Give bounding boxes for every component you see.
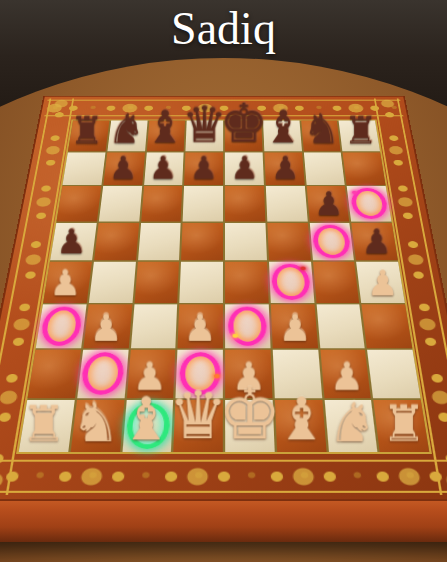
square-f3[interactable]: ♟	[270, 304, 317, 348]
square-d3[interactable]: ♟	[177, 304, 222, 348]
square-h1[interactable]: ♜	[373, 400, 429, 452]
board-grid: ♜♞♝♛♚♝♞♜♟♟♟♟♟♟♟♟♟♟♟♟♟♟♟♟♜♞♝♛♚♝♞♜	[16, 120, 432, 454]
square-c8[interactable]: ♝	[146, 121, 185, 152]
player-name-banner: Sadiq	[0, 2, 447, 55]
square-b8[interactable]: ♞	[107, 121, 147, 152]
piece-white-rook-h1[interactable]: ♜	[382, 400, 426, 449]
square-d1[interactable]: ♛	[173, 400, 222, 452]
piece-black-bishop-c8[interactable]: ♝	[145, 105, 185, 150]
piece-white-knight-b1[interactable]: ♞	[70, 395, 119, 449]
square-b5[interactable]	[93, 223, 138, 261]
square-c3[interactable]	[130, 304, 177, 348]
piece-black-knight-b8[interactable]: ♞	[107, 108, 144, 149]
piece-white-bishop-c1[interactable]: ♝	[120, 390, 173, 449]
square-d6[interactable]	[182, 186, 222, 221]
square-c5[interactable]	[137, 223, 180, 261]
square-g4[interactable]	[312, 262, 359, 303]
square-a7[interactable]	[62, 152, 105, 185]
piece-white-pawn-f3[interactable]: ♟	[278, 309, 311, 346]
square-b4[interactable]	[88, 262, 135, 303]
piece-black-bishop-f8[interactable]: ♝	[262, 105, 302, 150]
piece-black-king-e8[interactable]: ♚	[219, 96, 267, 150]
piece-black-pawn-b7[interactable]: ♟	[108, 152, 136, 184]
square-h4[interactable]: ♟	[356, 262, 404, 303]
square-h8[interactable]: ♜	[338, 121, 379, 152]
square-f5[interactable]	[267, 223, 310, 261]
square-b6[interactable]	[98, 186, 141, 221]
square-e6[interactable]	[224, 186, 264, 221]
frame-ornament-bottom	[0, 458, 447, 495]
move-ring-g5[interactable]	[311, 225, 350, 258]
square-d4[interactable]	[179, 262, 222, 303]
square-e1[interactable]: ♚	[225, 400, 274, 452]
square-h5[interactable]: ♟	[351, 223, 397, 261]
piece-white-pawn-a4[interactable]: ♟	[49, 265, 81, 300]
piece-white-king-e1[interactable]: ♚	[218, 378, 281, 449]
move-ring-e3[interactable]	[227, 307, 267, 346]
square-e3[interactable]	[225, 304, 270, 348]
square-g1[interactable]: ♞	[324, 400, 378, 452]
square-b1[interactable]: ♞	[70, 400, 124, 452]
square-f6[interactable]	[265, 186, 307, 221]
square-a5[interactable]: ♟	[50, 223, 96, 261]
square-e7[interactable]: ♟	[224, 152, 263, 185]
square-b3[interactable]: ♟	[83, 304, 132, 348]
square-f4[interactable]	[268, 262, 313, 303]
square-g8[interactable]: ♞	[300, 121, 340, 152]
square-f1[interactable]: ♝	[274, 400, 325, 452]
square-g5[interactable]	[309, 223, 354, 261]
square-d5[interactable]	[181, 223, 223, 261]
piece-white-bishop-f1[interactable]: ♝	[274, 390, 327, 449]
square-d8[interactable]: ♛	[185, 121, 222, 152]
square-d7[interactable]: ♟	[184, 152, 223, 185]
piece-black-rook-a8[interactable]: ♜	[70, 112, 104, 150]
piece-black-pawn-d7[interactable]: ♟	[189, 152, 217, 184]
chess-app-screen: ♜♞♝♛♚♝♞♜♟♟♟♟♟♟♟♟♟♟♟♟♟♟♟♟♜♞♝♛♚♝♞♜ Sadiq	[0, 0, 447, 562]
square-f7[interactable]: ♟	[264, 152, 304, 185]
square-g7[interactable]	[303, 152, 344, 185]
square-a3[interactable]	[35, 304, 86, 348]
square-c6[interactable]	[140, 186, 182, 221]
square-e5[interactable]	[224, 223, 266, 261]
square-h7[interactable]	[342, 152, 385, 185]
piece-black-knight-g8[interactable]: ♞	[303, 108, 340, 149]
square-c1[interactable]: ♝	[121, 400, 172, 452]
piece-white-pawn-h4[interactable]: ♟	[366, 265, 398, 300]
square-b7[interactable]: ♟	[103, 152, 144, 185]
piece-black-pawn-g6[interactable]: ♟	[314, 187, 343, 220]
square-f8[interactable]: ♝	[262, 121, 301, 152]
square-e8[interactable]: ♚	[224, 121, 261, 152]
square-g6[interactable]: ♟	[306, 186, 349, 221]
square-h6[interactable]	[346, 186, 391, 221]
sparkle-particle	[300, 266, 305, 270]
piece-white-pawn-b3[interactable]: ♟	[89, 309, 122, 346]
piece-black-rook-h8[interactable]: ♜	[344, 112, 378, 150]
piece-black-pawn-h5[interactable]: ♟	[361, 224, 391, 258]
board-front-edge	[0, 492, 447, 542]
piece-black-pawn-f7[interactable]: ♟	[270, 152, 298, 184]
piece-white-knight-g1[interactable]: ♞	[328, 395, 377, 449]
move-ring-a3[interactable]	[38, 307, 83, 346]
sparkle-particle	[352, 191, 357, 194]
move-ring-b2[interactable]	[80, 353, 125, 395]
square-a4[interactable]: ♟	[43, 262, 91, 303]
square-c7[interactable]: ♟	[143, 152, 183, 185]
square-g3[interactable]	[316, 304, 365, 348]
square-a8[interactable]: ♜	[68, 121, 109, 152]
square-h3[interactable]	[361, 304, 412, 348]
piece-black-pawn-a5[interactable]: ♟	[56, 224, 86, 258]
square-a6[interactable]	[56, 186, 101, 221]
square-a1[interactable]: ♜	[18, 400, 74, 452]
piece-black-pawn-e7[interactable]: ♟	[230, 152, 258, 184]
move-ring-f4[interactable]	[271, 264, 311, 300]
piece-white-rook-a1[interactable]: ♜	[21, 400, 65, 449]
square-e4[interactable]	[225, 262, 268, 303]
board-frame: ♜♞♝♛♚♝♞♜♟♟♟♟♟♟♟♟♟♟♟♟♟♟♟♟♜♞♝♛♚♝♞♜	[0, 97, 447, 500]
piece-white-pawn-d3[interactable]: ♟	[183, 309, 216, 346]
chess-board-3d: ♜♞♝♛♚♝♞♜♟♟♟♟♟♟♟♟♟♟♟♟♟♟♟♟♜♞♝♛♚♝♞♜	[0, 97, 447, 500]
piece-black-pawn-c7[interactable]: ♟	[149, 152, 177, 184]
square-c4[interactable]	[134, 262, 179, 303]
